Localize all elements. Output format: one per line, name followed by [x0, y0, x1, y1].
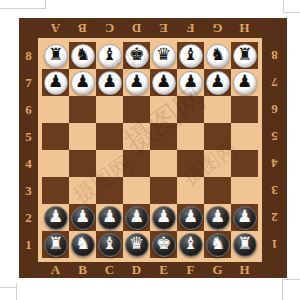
file-label-d: D — [123, 18, 150, 38]
knight-icon: ♞ — [210, 235, 225, 252]
crop-mark-bottom-left-v — [16, 283, 17, 300]
square-a2[interactable]: ♟ — [42, 204, 69, 231]
square-d2[interactable]: ♟ — [123, 204, 150, 231]
square-c7[interactable]: ♟ — [96, 69, 123, 96]
square-g7[interactable]: ♟ — [204, 69, 231, 96]
file-label-h: H — [231, 262, 258, 278]
pawn-icon: ♟ — [237, 208, 252, 225]
square-b8[interactable]: ♞ — [69, 42, 96, 69]
crop-mark-top-left-h — [0, 8, 46, 9]
rank-labels-right: 87654321 — [262, 42, 287, 258]
rank-label-6: 6 — [19, 96, 38, 123]
piece-black-knight[interactable]: ♞ — [71, 44, 95, 68]
rank-labels-left: 87654321 — [19, 42, 38, 258]
piece-black-king[interactable]: ♚ — [125, 44, 149, 68]
square-a4[interactable] — [42, 150, 69, 177]
bishop-icon: ♝ — [102, 46, 117, 63]
square-e2[interactable]: ♟ — [150, 204, 177, 231]
pawn-icon: ♟ — [129, 73, 144, 90]
rank-label-8: 8 — [19, 42, 38, 69]
rank-label-5: 5 — [19, 123, 38, 150]
square-d8[interactable]: ♚ — [123, 42, 150, 69]
square-f1[interactable]: ♝ — [177, 231, 204, 258]
rank-label-8: 8 — [262, 42, 287, 69]
square-g6[interactable] — [204, 96, 231, 123]
rook-icon: ♜ — [48, 46, 63, 63]
chess-illustration: ABCDEFGH 87654321 87654321 ABCDEFGH ♜♞♝♚… — [0, 0, 300, 300]
square-e8[interactable]: ♛ — [150, 42, 177, 69]
knight-icon: ♞ — [75, 235, 90, 252]
square-d4[interactable] — [123, 150, 150, 177]
piece-black-rook[interactable]: ♜ — [44, 44, 68, 68]
king-icon: ♚ — [129, 46, 144, 63]
piece-white-rook[interactable]: ♜ — [44, 233, 68, 257]
file-label-h: H — [231, 18, 258, 38]
square-e5[interactable] — [150, 123, 177, 150]
square-f7[interactable]: ♟ — [177, 69, 204, 96]
file-label-b: B — [69, 262, 96, 278]
file-label-g: G — [204, 18, 231, 38]
chess-board-grid: ♜♞♝♚♛♝♞♜♟♟♟♟♟♟♟♟♟♟♟♟♟♟♟♟♜♞♝♛♚♝♞♜ — [42, 42, 258, 258]
square-b2[interactable]: ♟ — [69, 204, 96, 231]
rank-label-3: 3 — [262, 177, 287, 204]
piece-white-king[interactable]: ♚ — [152, 233, 176, 257]
file-label-d: D — [123, 262, 150, 278]
pawn-icon: ♟ — [129, 208, 144, 225]
square-g5[interactable] — [204, 123, 231, 150]
square-b5[interactable] — [69, 123, 96, 150]
rank-label-7: 7 — [19, 69, 38, 96]
piece-white-pawn[interactable]: ♟ — [44, 206, 68, 230]
rank-label-2: 2 — [262, 204, 287, 231]
queen-icon: ♛ — [129, 235, 144, 252]
file-label-a: A — [42, 18, 69, 38]
file-label-f: F — [177, 262, 204, 278]
square-h5[interactable] — [231, 123, 258, 150]
square-c2[interactable]: ♟ — [96, 204, 123, 231]
square-c8[interactable]: ♝ — [96, 42, 123, 69]
pawn-icon: ♟ — [237, 73, 252, 90]
file-labels-top: ABCDEFGH — [42, 18, 258, 38]
piece-black-pawn[interactable]: ♟ — [152, 71, 176, 95]
square-a3[interactable] — [42, 177, 69, 204]
square-h4[interactable] — [231, 150, 258, 177]
square-h6[interactable] — [231, 96, 258, 123]
piece-white-bishop[interactable]: ♝ — [98, 233, 122, 257]
square-b6[interactable] — [69, 96, 96, 123]
piece-white-pawn[interactable]: ♟ — [71, 206, 95, 230]
square-g4[interactable] — [204, 150, 231, 177]
rank-label-6: 6 — [262, 96, 287, 123]
square-f8[interactable]: ♝ — [177, 42, 204, 69]
square-a1[interactable]: ♜ — [42, 231, 69, 258]
square-h1[interactable]: ♜ — [231, 231, 258, 258]
pawn-icon: ♟ — [156, 73, 171, 90]
piece-black-bishop[interactable]: ♝ — [98, 44, 122, 68]
file-labels-bottom: ABCDEFGH — [42, 262, 258, 278]
square-c4[interactable] — [96, 150, 123, 177]
file-label-c: C — [96, 262, 123, 278]
bishop-icon: ♝ — [183, 46, 198, 63]
piece-white-pawn[interactable]: ♟ — [179, 206, 203, 230]
square-e4[interactable] — [150, 150, 177, 177]
piece-black-rook[interactable]: ♜ — [233, 44, 257, 68]
piece-black-pawn[interactable]: ♟ — [125, 71, 149, 95]
square-d7[interactable]: ♟ — [123, 69, 150, 96]
piece-black-knight[interactable]: ♞ — [206, 44, 230, 68]
square-h7[interactable]: ♟ — [231, 69, 258, 96]
piece-black-pawn[interactable]: ♟ — [179, 71, 203, 95]
square-h2[interactable]: ♟ — [231, 204, 258, 231]
piece-black-pawn[interactable]: ♟ — [233, 71, 257, 95]
piece-white-pawn[interactable]: ♟ — [98, 206, 122, 230]
square-d5[interactable] — [123, 123, 150, 150]
piece-white-pawn[interactable]: ♟ — [152, 206, 176, 230]
piece-black-bishop[interactable]: ♝ — [179, 44, 203, 68]
file-label-a: A — [42, 262, 69, 278]
rank-label-2: 2 — [19, 204, 38, 231]
piece-black-pawn[interactable]: ♟ — [98, 71, 122, 95]
crop-mark-top-left-v — [45, 0, 46, 9]
queen-icon: ♛ — [156, 46, 171, 63]
square-b7[interactable]: ♟ — [69, 69, 96, 96]
square-g3[interactable] — [204, 177, 231, 204]
square-h3[interactable] — [231, 177, 258, 204]
square-b3[interactable] — [69, 177, 96, 204]
square-d6[interactable] — [123, 96, 150, 123]
rook-icon: ♜ — [237, 235, 252, 252]
pawn-icon: ♟ — [183, 208, 198, 225]
square-h8[interactable]: ♜ — [231, 42, 258, 69]
square-c5[interactable] — [96, 123, 123, 150]
file-label-g: G — [204, 262, 231, 278]
pawn-icon: ♟ — [102, 208, 117, 225]
file-label-c: C — [96, 18, 123, 38]
square-a7[interactable]: ♟ — [42, 69, 69, 96]
piece-black-pawn[interactable]: ♟ — [44, 71, 68, 95]
piece-white-queen[interactable]: ♛ — [125, 233, 149, 257]
square-e1[interactable]: ♚ — [150, 231, 177, 258]
pawn-icon: ♟ — [102, 73, 117, 90]
square-e3[interactable] — [150, 177, 177, 204]
square-c1[interactable]: ♝ — [96, 231, 123, 258]
board-inner-border: ♜♞♝♚♛♝♞♜♟♟♟♟♟♟♟♟♟♟♟♟♟♟♟♟♜♞♝♛♚♝♞♜ — [38, 38, 262, 262]
square-f4[interactable] — [177, 150, 204, 177]
pawn-icon: ♟ — [183, 73, 198, 90]
rank-label-7: 7 — [262, 69, 287, 96]
crop-mark-top-right-h — [283, 12, 300, 13]
crop-mark-bottom-right-v — [282, 279, 283, 300]
square-f2[interactable]: ♟ — [177, 204, 204, 231]
square-b1[interactable]: ♞ — [69, 231, 96, 258]
square-g1[interactable]: ♞ — [204, 231, 231, 258]
square-e6[interactable] — [150, 96, 177, 123]
pawn-icon: ♟ — [210, 208, 225, 225]
rank-label-5: 5 — [262, 123, 287, 150]
square-f3[interactable] — [177, 177, 204, 204]
square-d1[interactable]: ♛ — [123, 231, 150, 258]
pawn-icon: ♟ — [75, 73, 90, 90]
knight-icon: ♞ — [210, 46, 225, 63]
piece-white-knight[interactable]: ♞ — [206, 233, 230, 257]
bishop-icon: ♝ — [183, 235, 198, 252]
square-g8[interactable]: ♞ — [204, 42, 231, 69]
piece-white-knight[interactable]: ♞ — [71, 233, 95, 257]
piece-black-pawn[interactable]: ♟ — [206, 71, 230, 95]
board-frame: ABCDEFGH 87654321 87654321 ABCDEFGH ♜♞♝♚… — [19, 18, 287, 278]
piece-white-pawn[interactable]: ♟ — [206, 206, 230, 230]
piece-white-rook[interactable]: ♜ — [233, 233, 257, 257]
king-icon: ♚ — [156, 235, 171, 252]
file-label-e: E — [150, 262, 177, 278]
piece-black-queen[interactable]: ♛ — [152, 44, 176, 68]
crop-mark-bottom-right-h — [282, 279, 300, 280]
rook-icon: ♜ — [237, 46, 252, 63]
pawn-icon: ♟ — [156, 208, 171, 225]
piece-white-pawn[interactable]: ♟ — [125, 206, 149, 230]
rook-icon: ♜ — [48, 235, 63, 252]
square-a5[interactable] — [42, 123, 69, 150]
file-label-e: E — [150, 18, 177, 38]
square-a8[interactable]: ♜ — [42, 42, 69, 69]
square-g2[interactable]: ♟ — [204, 204, 231, 231]
pawn-icon: ♟ — [48, 73, 63, 90]
rank-label-4: 4 — [19, 150, 38, 177]
file-label-b: B — [69, 18, 96, 38]
rank-label-3: 3 — [19, 177, 38, 204]
crop-mark-bottom-left-h — [0, 287, 17, 288]
square-a6[interactable] — [42, 96, 69, 123]
square-c6[interactable] — [96, 96, 123, 123]
file-label-f: F — [177, 18, 204, 38]
pawn-icon: ♟ — [48, 208, 63, 225]
piece-white-pawn[interactable]: ♟ — [233, 206, 257, 230]
rank-label-1: 1 — [262, 231, 287, 258]
rank-label-4: 4 — [262, 150, 287, 177]
square-f6[interactable] — [177, 96, 204, 123]
square-d3[interactable] — [123, 177, 150, 204]
square-e7[interactable]: ♟ — [150, 69, 177, 96]
square-b4[interactable] — [69, 150, 96, 177]
square-f5[interactable] — [177, 123, 204, 150]
rank-label-1: 1 — [19, 231, 38, 258]
piece-white-bishop[interactable]: ♝ — [179, 233, 203, 257]
square-c3[interactable] — [96, 177, 123, 204]
knight-icon: ♞ — [75, 46, 90, 63]
piece-black-pawn[interactable]: ♟ — [71, 71, 95, 95]
bishop-icon: ♝ — [102, 235, 117, 252]
pawn-icon: ♟ — [75, 208, 90, 225]
pawn-icon: ♟ — [210, 73, 225, 90]
